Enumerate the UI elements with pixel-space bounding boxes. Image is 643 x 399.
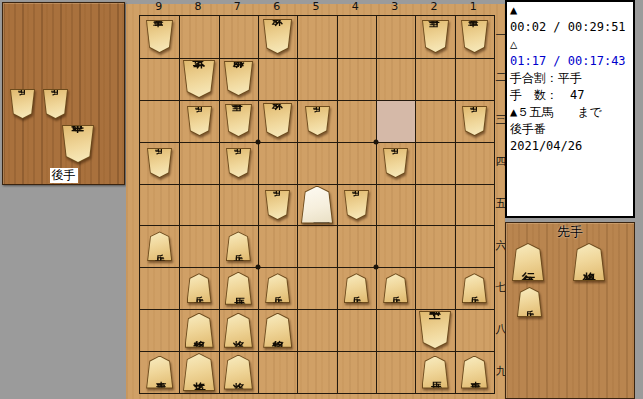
piece-face: 銀将 <box>264 314 291 347</box>
board-panel: 987654321 香車金将桂馬香車王将銀将歩兵桂馬金将歩兵歩兵歩兵歩兵歩兵歩兵… <box>126 4 505 399</box>
square-3八[interactable] <box>376 309 415 351</box>
file-label-2: 2 <box>414 0 453 14</box>
grid-line-horizontal <box>140 351 494 352</box>
piece-face: 金将 <box>264 104 291 137</box>
piece-face: 桂馬 <box>423 21 448 52</box>
shogi-piece-2八[interactable]: 龍王 <box>419 311 451 349</box>
file-label-9: 9 <box>139 0 178 14</box>
square-7五[interactable] <box>219 184 258 226</box>
square-4八[interactable] <box>337 309 376 351</box>
square-4六[interactable] <box>337 225 376 267</box>
shogi-piece-7六[interactable]: 歩兵 <box>226 231 251 261</box>
piece-face: 歩兵 <box>188 274 211 302</box>
grid-line-vertical <box>337 16 338 393</box>
shogi-piece-8二[interactable]: 王将 <box>183 60 215 98</box>
square-7一[interactable] <box>219 16 258 58</box>
shogi-piece-7八[interactable]: 金将 <box>224 313 253 348</box>
shogi-piece-1一[interactable]: 香車 <box>461 20 488 53</box>
piece-shape: 金将 <box>263 103 292 138</box>
piece-shape: 歩兵 <box>226 231 251 261</box>
piece-shape: 歩兵 <box>265 190 290 220</box>
gote-captured-tray: 後手 歩兵歩兵飛車 <box>2 2 125 185</box>
piece-shape: 香車 <box>461 20 488 53</box>
square-5六[interactable] <box>297 225 336 267</box>
square-6六[interactable] <box>258 225 297 267</box>
piece-face: 香車 <box>147 357 172 388</box>
piece-face: 歩兵 <box>44 90 67 118</box>
piece-shape: 桂馬 <box>422 20 449 53</box>
piece-shape: 香車 <box>461 356 488 389</box>
piece-face: 歩兵 <box>463 274 486 302</box>
shogi-piece-5三[interactable]: 歩兵 <box>305 106 330 136</box>
square-1四[interactable] <box>455 142 494 184</box>
info-line-8: 後手番 <box>507 121 633 138</box>
square-3一[interactable] <box>376 16 415 58</box>
piece-face: 香車 <box>462 21 487 52</box>
shogi-piece-sente-hand-1[interactable]: 角行 <box>512 243 544 281</box>
shogi-piece-2一[interactable]: 桂馬 <box>422 20 449 53</box>
square-5九[interactable] <box>297 351 336 393</box>
piece-face: 桂馬 <box>423 357 448 388</box>
piece-shape: 歩兵 <box>383 148 408 178</box>
piece-shape: 桂馬 <box>225 272 252 305</box>
square-9七[interactable] <box>140 267 179 309</box>
piece-shape: 銀将 <box>573 243 605 281</box>
piece-face: 歩兵 <box>384 274 407 302</box>
piece-shape: 桂馬 <box>422 356 449 389</box>
shogi-piece-6一[interactable]: 金将 <box>263 19 292 54</box>
piece-shape: 金将 <box>263 19 292 54</box>
piece-shape: 歩兵 <box>265 273 290 303</box>
square-4二[interactable] <box>337 58 376 100</box>
shogi-piece-1九[interactable]: 香車 <box>461 356 488 389</box>
piece-shape: 香車 <box>146 356 173 389</box>
shogi-piece-7七[interactable]: 桂馬 <box>225 272 252 305</box>
piece-shape: 歩兵 <box>187 106 212 136</box>
piece-shape: 金将 <box>224 313 253 348</box>
piece-shape: 歩兵 <box>147 231 172 261</box>
file-label-5: 5 <box>296 0 335 14</box>
piece-face: 香車 <box>462 357 487 388</box>
shogi-piece-9九[interactable]: 香車 <box>146 356 173 389</box>
shogi-piece-sente-hand-3[interactable]: 歩兵 <box>517 287 542 317</box>
piece-face: 銀将 <box>574 244 604 280</box>
file-label-1: 1 <box>454 0 493 14</box>
shogi-piece-7三[interactable]: 桂馬 <box>225 104 252 137</box>
shogi-piece-4五[interactable]: 歩兵 <box>344 190 369 220</box>
shogi-piece-gote-hand-3[interactable]: 飛車 <box>62 125 94 163</box>
piece-shape: 玉将 <box>183 353 215 391</box>
square-6四[interactable] <box>258 142 297 184</box>
piece-face: 歩兵 <box>148 232 171 260</box>
info-line-3: △ <box>507 36 633 53</box>
shogi-piece-6八[interactable]: 銀将 <box>263 313 292 348</box>
square-5八[interactable] <box>297 309 336 351</box>
piece-shape: 歩兵 <box>305 106 330 136</box>
grid-line-horizontal <box>140 309 494 310</box>
grid-line-vertical <box>297 16 298 393</box>
shogi-piece-6七[interactable]: 歩兵 <box>265 273 290 303</box>
info-line-6: 手 数： 47 <box>507 87 633 104</box>
piece-face: 銀将 <box>186 314 213 347</box>
square-1二[interactable] <box>455 58 494 100</box>
shogi-piece-7九[interactable]: 金将 <box>224 355 253 390</box>
piece-face: 歩兵 <box>463 107 486 135</box>
square-3五[interactable] <box>376 184 415 226</box>
square-4一[interactable] <box>337 16 376 58</box>
piece-face: 桂馬 <box>226 105 251 136</box>
shogi-piece-8七[interactable]: 歩兵 <box>187 273 212 303</box>
info-line-5: 手合割：平手 <box>507 70 633 87</box>
square-4三[interactable] <box>337 100 376 142</box>
piece-shape: 香車 <box>146 20 173 53</box>
square-8四[interactable] <box>179 142 218 184</box>
star-point <box>374 265 379 270</box>
shogi-piece-2九[interactable]: 桂馬 <box>422 356 449 389</box>
shogi-piece-9四[interactable]: 歩兵 <box>147 148 172 178</box>
shogi-piece-1七[interactable]: 歩兵 <box>462 273 487 303</box>
shogi-piece-8九[interactable]: 玉将 <box>183 353 215 391</box>
shogi-piece-9六[interactable]: 歩兵 <box>147 231 172 261</box>
piece-shape: 銀将 <box>263 313 292 348</box>
shogi-piece-1三[interactable]: 歩兵 <box>462 106 487 136</box>
shogi-piece-8三[interactable]: 歩兵 <box>187 106 212 136</box>
square-1八[interactable] <box>455 309 494 351</box>
square-9八[interactable] <box>140 309 179 351</box>
grid-line-horizontal <box>140 225 494 226</box>
piece-face: 歩兵 <box>306 107 329 135</box>
shogi-piece-9一[interactable]: 香車 <box>146 20 173 53</box>
piece-shape: 王将 <box>183 60 215 98</box>
piece-shape: 銀将 <box>224 61 253 96</box>
grid-line-horizontal <box>140 267 494 268</box>
piece-shape: 飛車 <box>62 125 94 163</box>
file-label-3: 3 <box>375 0 414 14</box>
star-point <box>256 265 261 270</box>
square-2四[interactable] <box>415 142 454 184</box>
square-2二[interactable] <box>415 58 454 100</box>
shogi-piece-8八[interactable]: 銀将 <box>185 313 214 348</box>
piece-face: 歩兵 <box>266 191 289 219</box>
shogi-piece-gote-hand-1[interactable]: 歩兵 <box>10 89 35 119</box>
shogi-piece-4七[interactable]: 歩兵 <box>344 273 369 303</box>
piece-shape: 龍王 <box>419 311 451 349</box>
file-labels: 987654321 <box>139 0 493 14</box>
square-3二[interactable] <box>376 58 415 100</box>
piece-face: 歩兵 <box>345 274 368 302</box>
shogi-piece-sente-hand-2[interactable]: 銀将 <box>573 243 605 281</box>
piece-face: 歩兵 <box>188 107 211 135</box>
file-label-7: 7 <box>218 0 257 14</box>
file-label-4: 4 <box>336 0 375 14</box>
piece-face: 金将 <box>225 356 252 389</box>
info-line-7: ▲５五馬 まで <box>507 104 633 121</box>
square-3六[interactable] <box>376 225 415 267</box>
piece-shape: 歩兵 <box>383 273 408 303</box>
piece-shape: 桂馬 <box>225 104 252 137</box>
piece-face: 歩兵 <box>518 288 541 316</box>
square-8五[interactable] <box>179 184 218 226</box>
piece-shape: 銀将 <box>185 313 214 348</box>
info-line-1: ▲ <box>507 2 633 19</box>
piece-face: 飛車 <box>63 126 93 162</box>
square-4九[interactable] <box>337 351 376 393</box>
piece-shape: 歩兵 <box>344 190 369 220</box>
square-2六[interactable] <box>415 225 454 267</box>
shogi-piece-7二[interactable]: 銀将 <box>224 61 253 96</box>
square-9三[interactable] <box>140 100 179 142</box>
grid-line-horizontal <box>140 100 494 101</box>
info-line-4: 01:17 / 00:17:43 <box>507 53 633 70</box>
square-9五[interactable] <box>140 184 179 226</box>
shogi-piece-gote-hand-2[interactable]: 歩兵 <box>43 89 68 119</box>
square-8六[interactable] <box>179 225 218 267</box>
star-point <box>374 139 379 144</box>
piece-face: 歩兵 <box>345 191 368 219</box>
square-3三[interactable] <box>376 100 415 142</box>
square-6九[interactable] <box>258 351 297 393</box>
piece-face: 歩兵 <box>227 149 250 177</box>
square-6二[interactable] <box>258 58 297 100</box>
info-line-2: 00:02 / 00:29:51 <box>507 19 633 36</box>
square-1六[interactable] <box>455 225 494 267</box>
piece-face: 玉将 <box>184 354 214 390</box>
grid-line-vertical <box>258 16 259 393</box>
piece-face: 香車 <box>147 21 172 52</box>
grid-line-vertical <box>376 16 377 393</box>
square-2三[interactable] <box>415 100 454 142</box>
shogi-piece-5五[interactable]: 馬 <box>301 186 333 224</box>
piece-shape: 歩兵 <box>43 89 68 119</box>
piece-shape: 歩兵 <box>462 273 487 303</box>
piece-shape: 歩兵 <box>147 148 172 178</box>
piece-face: 桂馬 <box>226 273 251 304</box>
piece-shape: 角行 <box>512 243 544 281</box>
shogi-piece-3七[interactable]: 歩兵 <box>383 273 408 303</box>
grid-line-vertical <box>415 16 416 393</box>
star-point <box>256 139 261 144</box>
piece-face: 角行 <box>513 244 543 280</box>
square-3九[interactable] <box>376 351 415 393</box>
square-5一[interactable] <box>297 16 336 58</box>
game-info-panel: ▲00:02 / 00:29:51△01:17 / 00:17:43手合割：平手… <box>505 0 635 218</box>
sente-tray-label: 先手 <box>557 224 583 239</box>
square-8一[interactable] <box>179 16 218 58</box>
piece-face: 馬 <box>302 187 332 223</box>
file-label-6: 6 <box>257 0 296 14</box>
piece-face: 歩兵 <box>266 274 289 302</box>
piece-face: 王将 <box>184 61 214 97</box>
piece-face: 歩兵 <box>148 149 171 177</box>
piece-shape: 歩兵 <box>344 273 369 303</box>
piece-face: 歩兵 <box>384 149 407 177</box>
grid-line-vertical <box>179 16 180 393</box>
piece-shape: 馬 <box>301 186 333 224</box>
piece-shape: 歩兵 <box>187 273 212 303</box>
shogi-piece-6三[interactable]: 金将 <box>263 103 292 138</box>
square-2五[interactable] <box>415 184 454 226</box>
square-9二[interactable] <box>140 58 179 100</box>
piece-face: 龍王 <box>420 312 450 348</box>
piece-face: 歩兵 <box>227 232 250 260</box>
piece-shape: 歩兵 <box>517 287 542 317</box>
info-line-9: 2021/04/26 <box>507 138 633 155</box>
piece-shape: 金将 <box>224 355 253 390</box>
file-label-8: 8 <box>178 0 217 14</box>
shogi-piece-3四[interactable]: 歩兵 <box>383 148 408 178</box>
grid-line-horizontal <box>140 58 494 59</box>
piece-face: 銀将 <box>225 62 252 95</box>
square-5二[interactable] <box>297 58 336 100</box>
shogi-board: 香車金将桂馬香車王将銀将歩兵桂馬金将歩兵歩兵歩兵歩兵歩兵歩兵馬歩兵歩兵歩兵歩兵桂… <box>139 15 495 394</box>
square-5七[interactable] <box>297 267 336 309</box>
grid-line-vertical <box>219 16 220 393</box>
grid-line-vertical <box>455 16 456 393</box>
shogi-piece-7四[interactable]: 歩兵 <box>226 148 251 178</box>
gote-tray-label: 後手 <box>50 168 78 183</box>
piece-face: 金将 <box>264 20 291 53</box>
piece-face: 金将 <box>225 314 252 347</box>
piece-shape: 歩兵 <box>10 89 35 119</box>
square-5四[interactable] <box>297 142 336 184</box>
grid-line-horizontal <box>140 142 494 143</box>
piece-face: 歩兵 <box>11 90 34 118</box>
square-4四[interactable] <box>337 142 376 184</box>
square-2七[interactable] <box>415 267 454 309</box>
shogi-piece-6五[interactable]: 歩兵 <box>265 190 290 220</box>
square-1五[interactable] <box>455 184 494 226</box>
shogi-app-window: { "game": "shogi", "position": { "sfen":… <box>0 0 643 399</box>
piece-shape: 歩兵 <box>462 106 487 136</box>
piece-shape: 歩兵 <box>226 148 251 178</box>
sente-captured-tray: 先手 角行銀将歩兵 <box>505 222 635 399</box>
